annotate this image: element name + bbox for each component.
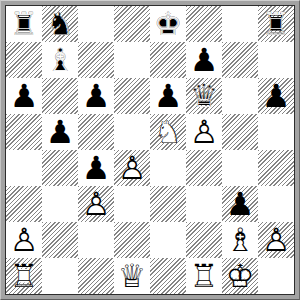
- piece-white-queen[interactable]: ♛♕: [114, 258, 150, 294]
- white-pawn-outline: ♙: [186, 114, 222, 150]
- square-d6[interactable]: [114, 78, 150, 114]
- black-knight-detail: ♘: [42, 6, 78, 42]
- square-f2[interactable]: [186, 222, 222, 258]
- square-c4[interactable]: ♟: [78, 150, 114, 186]
- square-b2[interactable]: [42, 222, 78, 258]
- square-f1[interactable]: ♜♖: [186, 258, 222, 294]
- black-pawn-glyph: ♟: [78, 78, 114, 114]
- piece-black-king[interactable]: ♚♔: [150, 6, 186, 42]
- piece-black-pawn[interactable]: ♟: [6, 78, 42, 114]
- square-h7[interactable]: [258, 42, 294, 78]
- white-knight-outline: ♘: [150, 114, 186, 150]
- square-g5[interactable]: [222, 114, 258, 150]
- square-f5[interactable]: ♟♙: [186, 114, 222, 150]
- black-pawn-glyph: ♟: [6, 78, 42, 114]
- black-pawn-glyph: ♟: [186, 42, 222, 78]
- piece-white-pawn[interactable]: ♟♙: [114, 150, 150, 186]
- piece-black-pawn[interactable]: ♟: [78, 78, 114, 114]
- piece-black-pawn[interactable]: ♟: [150, 78, 186, 114]
- square-a8[interactable]: ♜♖: [6, 6, 42, 42]
- square-d1[interactable]: ♛♕: [114, 258, 150, 294]
- white-queen-glyph: ♛: [114, 258, 150, 294]
- piece-black-bishop[interactable]: ♝♗: [42, 42, 78, 78]
- square-g4[interactable]: [222, 150, 258, 186]
- square-c5[interactable]: [78, 114, 114, 150]
- piece-black-pawn[interactable]: ♟: [186, 42, 222, 78]
- square-f7[interactable]: ♟: [186, 42, 222, 78]
- square-g2[interactable]: ♝♗: [222, 222, 258, 258]
- square-a5[interactable]: [6, 114, 42, 150]
- square-b5[interactable]: ♟: [42, 114, 78, 150]
- square-e6[interactable]: ♟: [150, 78, 186, 114]
- square-d5[interactable]: [114, 114, 150, 150]
- piece-white-pawn[interactable]: ♟♙: [258, 222, 294, 258]
- square-c7[interactable]: [78, 42, 114, 78]
- square-e2[interactable]: [150, 222, 186, 258]
- square-g7[interactable]: [222, 42, 258, 78]
- white-pawn-glyph: ♟: [258, 222, 294, 258]
- white-pawn-outline: ♙: [258, 222, 294, 258]
- square-g3[interactable]: ♟: [222, 186, 258, 222]
- square-h4[interactable]: [258, 150, 294, 186]
- square-e7[interactable]: [150, 42, 186, 78]
- square-a1[interactable]: ♜♖: [6, 258, 42, 294]
- square-f3[interactable]: [186, 186, 222, 222]
- square-b1[interactable]: [42, 258, 78, 294]
- piece-white-king[interactable]: ♚♔: [222, 258, 258, 294]
- white-pawn-glyph: ♟: [114, 150, 150, 186]
- square-b4[interactable]: [42, 150, 78, 186]
- white-rook-outline: ♖: [186, 258, 222, 294]
- piece-black-rook[interactable]: ♜♖: [6, 6, 42, 42]
- black-queen-glyph: ♛: [186, 78, 222, 114]
- square-a4[interactable]: [6, 150, 42, 186]
- piece-white-pawn[interactable]: ♟♙: [6, 222, 42, 258]
- square-h8[interactable]: ♜♖: [258, 6, 294, 42]
- board-frame: ♜♖♞♘♚♔♜♖♝♗♟♟♟♟♛♕♟♟♞♘♟♙♟♟♙♟♙♟♟♙♝♗♟♙♜♖♛♕♜♖…: [0, 0, 300, 300]
- black-king-detail: ♔: [150, 6, 186, 42]
- black-knight-glyph: ♞: [42, 6, 78, 42]
- black-king-glyph: ♚: [150, 6, 186, 42]
- piece-black-rook[interactable]: ♜♖: [258, 6, 294, 42]
- white-king-glyph: ♚: [222, 258, 258, 294]
- piece-white-pawn[interactable]: ♟♙: [78, 186, 114, 222]
- square-f8[interactable]: [186, 6, 222, 42]
- square-d7[interactable]: [114, 42, 150, 78]
- square-e1[interactable]: [150, 258, 186, 294]
- white-bishop-outline: ♗: [222, 222, 258, 258]
- square-b8[interactable]: ♞♘: [42, 6, 78, 42]
- square-c2[interactable]: [78, 222, 114, 258]
- white-rook-glyph: ♜: [6, 258, 42, 294]
- square-d2[interactable]: [114, 222, 150, 258]
- black-pawn-glyph: ♟: [258, 78, 294, 114]
- square-g8[interactable]: [222, 6, 258, 42]
- piece-white-rook[interactable]: ♜♖: [6, 258, 42, 294]
- square-c6[interactable]: ♟: [78, 78, 114, 114]
- white-knight-glyph: ♞: [150, 114, 186, 150]
- piece-white-pawn[interactable]: ♟♙: [186, 114, 222, 150]
- white-pawn-glyph: ♟: [78, 186, 114, 222]
- piece-black-knight[interactable]: ♞♘: [42, 6, 78, 42]
- square-h5[interactable]: [258, 114, 294, 150]
- white-pawn-outline: ♙: [114, 150, 150, 186]
- white-pawn-glyph: ♟: [186, 114, 222, 150]
- black-rook-glyph: ♜: [258, 6, 294, 42]
- square-f4[interactable]: [186, 150, 222, 186]
- white-king-outline: ♔: [222, 258, 258, 294]
- piece-black-pawn[interactable]: ♟: [78, 150, 114, 186]
- black-pawn-glyph: ♟: [42, 114, 78, 150]
- piece-black-pawn[interactable]: ♟: [42, 114, 78, 150]
- square-a6[interactable]: ♟: [6, 78, 42, 114]
- piece-white-bishop[interactable]: ♝♗: [222, 222, 258, 258]
- white-bishop-glyph: ♝: [222, 222, 258, 258]
- square-b6[interactable]: [42, 78, 78, 114]
- black-pawn-glyph: ♟: [150, 78, 186, 114]
- black-pawn-glyph: ♟: [222, 186, 258, 222]
- black-pawn-glyph: ♟: [78, 150, 114, 186]
- piece-black-pawn[interactable]: ♟: [222, 186, 258, 222]
- square-a3[interactable]: [6, 186, 42, 222]
- square-c3[interactable]: ♟♙: [78, 186, 114, 222]
- black-bishop-glyph: ♝: [42, 42, 78, 78]
- black-rook-detail: ♖: [6, 6, 42, 42]
- square-g6[interactable]: [222, 78, 258, 114]
- square-e3[interactable]: [150, 186, 186, 222]
- square-f6[interactable]: ♛♕: [186, 78, 222, 114]
- square-h2[interactable]: ♟♙: [258, 222, 294, 258]
- piece-black-queen[interactable]: ♛♕: [186, 78, 222, 114]
- square-d3[interactable]: [114, 186, 150, 222]
- square-h6[interactable]: ♟: [258, 78, 294, 114]
- black-queen-detail: ♕: [186, 78, 222, 114]
- piece-black-pawn[interactable]: ♟: [258, 78, 294, 114]
- square-h1[interactable]: [258, 258, 294, 294]
- square-g1[interactable]: ♚♔: [222, 258, 258, 294]
- piece-white-rook[interactable]: ♜♖: [186, 258, 222, 294]
- square-d8[interactable]: [114, 6, 150, 42]
- white-pawn-glyph: ♟: [6, 222, 42, 258]
- square-e5[interactable]: ♞♘: [150, 114, 186, 150]
- black-bishop-detail: ♗: [42, 42, 78, 78]
- square-h3[interactable]: [258, 186, 294, 222]
- square-e4[interactable]: [150, 150, 186, 186]
- square-a7[interactable]: [6, 42, 42, 78]
- square-a2[interactable]: ♟♙: [6, 222, 42, 258]
- piece-white-knight[interactable]: ♞♘: [150, 114, 186, 150]
- black-rook-glyph: ♜: [6, 6, 42, 42]
- square-d4[interactable]: ♟♙: [114, 150, 150, 186]
- square-c1[interactable]: [78, 258, 114, 294]
- white-pawn-outline: ♙: [6, 222, 42, 258]
- black-rook-detail: ♖: [258, 6, 294, 42]
- square-b3[interactable]: [42, 186, 78, 222]
- square-c8[interactable]: [78, 6, 114, 42]
- square-e8[interactable]: ♚♔: [150, 6, 186, 42]
- chess-board: ♜♖♞♘♚♔♜♖♝♗♟♟♟♟♛♕♟♟♞♘♟♙♟♟♙♟♙♟♟♙♝♗♟♙♜♖♛♕♜♖…: [5, 5, 295, 295]
- square-b7[interactable]: ♝♗: [42, 42, 78, 78]
- white-rook-glyph: ♜: [186, 258, 222, 294]
- white-queen-outline: ♕: [114, 258, 150, 294]
- white-rook-outline: ♖: [6, 258, 42, 294]
- white-pawn-outline: ♙: [78, 186, 114, 222]
